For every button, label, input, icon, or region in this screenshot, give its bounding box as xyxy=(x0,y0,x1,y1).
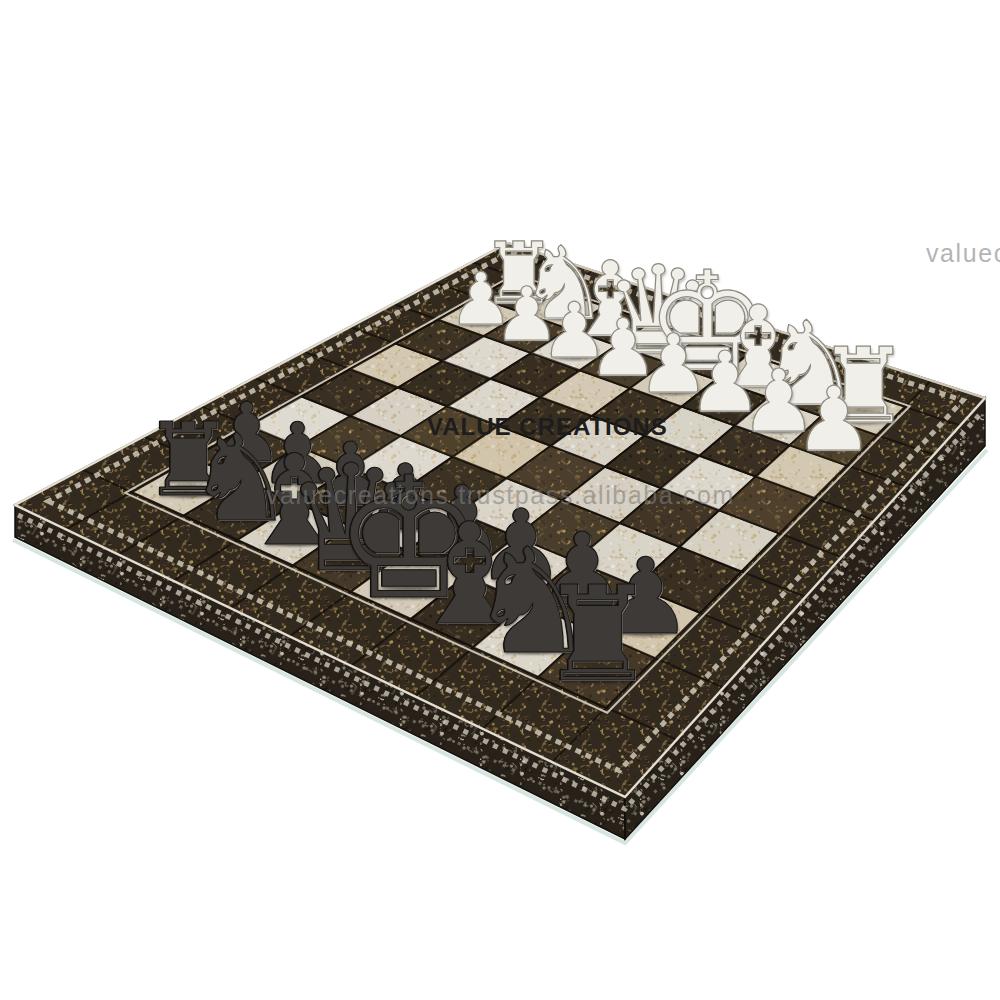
watermark-text-partial: valuecreations.trustpass.alibaba.com xyxy=(926,239,1000,268)
chess-set-product-photo: ♜♞♟♝♟♛♟♚♟♝♟♞♟♜♟♟♟♟♜♟♞♟♝♟♛♟♚♟♝♟♞♜ valuecr… xyxy=(0,0,1000,1000)
brand-overlay: VALUE CREATIONS xyxy=(427,413,668,441)
watermark-text: valuecreations.trustpass.alibaba.com xyxy=(266,481,735,510)
